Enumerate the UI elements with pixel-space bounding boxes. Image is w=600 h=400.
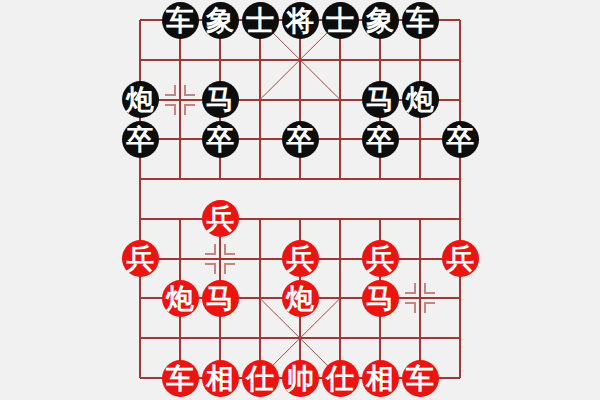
piece-red-soldier[interactable]: 兵: [362, 240, 399, 277]
piece-black-soldier[interactable]: 卒: [362, 121, 399, 158]
piece-red-advisor[interactable]: 仕: [242, 360, 279, 397]
piece-red-general[interactable]: 帅: [282, 360, 319, 397]
piece-black-chariot[interactable]: 车: [162, 2, 199, 39]
piece-black-advisor[interactable]: 士: [242, 2, 279, 39]
piece-black-horse[interactable]: 马: [202, 81, 239, 118]
piece-red-soldier[interactable]: 兵: [202, 200, 239, 237]
piece-red-elephant[interactable]: 相: [362, 360, 399, 397]
piece-red-soldier[interactable]: 兵: [442, 240, 479, 277]
piece-black-advisor[interactable]: 士: [322, 2, 359, 39]
piece-black-elephant[interactable]: 象: [362, 2, 399, 39]
piece-red-chariot[interactable]: 车: [162, 360, 199, 397]
piece-black-chariot[interactable]: 车: [402, 2, 439, 39]
piece-black-cannon[interactable]: 炮: [122, 81, 159, 118]
piece-red-cannon[interactable]: 炮: [162, 280, 199, 317]
piece-red-horse[interactable]: 马: [362, 280, 399, 317]
piece-red-soldier[interactable]: 兵: [282, 240, 319, 277]
piece-black-soldier[interactable]: 卒: [442, 121, 479, 158]
piece-black-horse[interactable]: 马: [362, 81, 399, 118]
piece-black-soldier[interactable]: 卒: [282, 121, 319, 158]
piece-black-soldier[interactable]: 卒: [122, 121, 159, 158]
piece-black-elephant[interactable]: 象: [202, 2, 239, 39]
piece-red-cannon[interactable]: 炮: [282, 280, 319, 317]
piece-black-cannon[interactable]: 炮: [402, 81, 439, 118]
xiangqi-board[interactable]: 车象士将士象车炮马马炮卒卒卒卒卒兵兵兵兵兵炮马炮马车相仕帅仕相车: [0, 0, 600, 400]
piece-black-general[interactable]: 将: [282, 2, 319, 39]
piece-red-elephant[interactable]: 相: [202, 360, 239, 397]
piece-red-horse[interactable]: 马: [202, 280, 239, 317]
piece-black-soldier[interactable]: 卒: [202, 121, 239, 158]
board-grid[interactable]: [0, 0, 600, 400]
piece-red-chariot[interactable]: 车: [402, 360, 439, 397]
piece-red-soldier[interactable]: 兵: [122, 240, 159, 277]
piece-red-advisor[interactable]: 仕: [322, 360, 359, 397]
